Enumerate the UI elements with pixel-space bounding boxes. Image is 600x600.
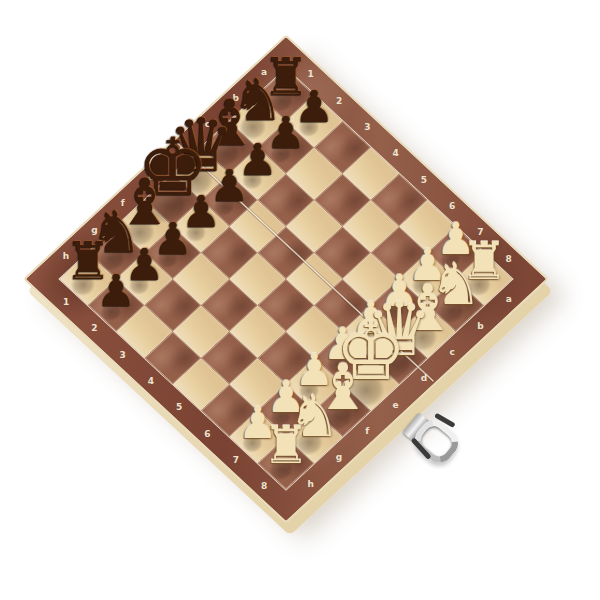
rank-label-3-left: 3 <box>117 349 129 361</box>
piece-glyph: ♟ <box>56 269 176 313</box>
rank-label-6-right: 6 <box>446 200 458 212</box>
rank-label-8-left: 8 <box>258 480 270 492</box>
product-photo-scene: ♜♞♝♚♛♝♞♜♟♟♟♟♟♟♟♟♟♟♟♟♟♟♟♟♜♞♝♚♛♝♞♜ hhggffe… <box>0 0 600 600</box>
piece-glyph: ♜ <box>226 419 346 471</box>
rank-label-2-left: 2 <box>88 322 100 334</box>
rank-label-4-right: 4 <box>390 147 402 159</box>
rank-label-4-left: 4 <box>145 375 157 387</box>
file-label-h-bottom: h <box>305 478 317 490</box>
rank-label-5-right: 5 <box>418 174 430 186</box>
rank-label-5-left: 5 <box>173 401 185 413</box>
